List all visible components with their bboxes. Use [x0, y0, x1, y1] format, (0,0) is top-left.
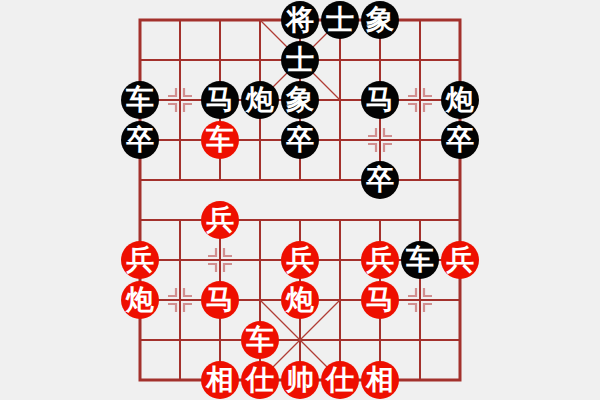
piece-black-cannon[interactable]: 炮: [241, 81, 279, 119]
piece-red-chariot[interactable]: 车: [241, 321, 279, 359]
piece-black-soldier[interactable]: 卒: [281, 121, 319, 159]
piece-black-elephant[interactable]: 象: [361, 1, 399, 39]
piece-black-elephant[interactable]: 象: [281, 81, 319, 119]
piece-black-cannon[interactable]: 炮: [441, 81, 479, 119]
piece-black-general[interactable]: 将: [281, 1, 319, 39]
piece-black-soldier[interactable]: 卒: [361, 161, 399, 199]
piece-black-soldier[interactable]: 卒: [441, 121, 479, 159]
piece-red-horse[interactable]: 马: [201, 281, 239, 319]
piece-red-chariot[interactable]: 车: [201, 121, 239, 159]
piece-red-advisor[interactable]: 仕: [241, 361, 279, 399]
piece-red-cannon[interactable]: 炮: [281, 281, 319, 319]
xiangqi-board: 将士象士车马炮象马炮卒车卒卒卒兵兵兵兵车兵炮马炮马车相仕帅仕相: [0, 0, 600, 400]
piece-red-advisor[interactable]: 仕: [321, 361, 359, 399]
piece-black-advisor[interactable]: 士: [281, 41, 319, 79]
piece-red-soldier[interactable]: 兵: [361, 241, 399, 279]
piece-black-horse[interactable]: 马: [361, 81, 399, 119]
piece-red-elephant[interactable]: 相: [201, 361, 239, 399]
piece-layer: 将士象士车马炮象马炮卒车卒卒卒兵兵兵兵车兵炮马炮马车相仕帅仕相: [120, 0, 480, 400]
piece-black-advisor[interactable]: 士: [321, 1, 359, 39]
piece-red-general[interactable]: 帅: [281, 361, 319, 399]
piece-black-soldier[interactable]: 卒: [121, 121, 159, 159]
piece-red-soldier[interactable]: 兵: [121, 241, 159, 279]
piece-red-horse[interactable]: 马: [361, 281, 399, 319]
piece-red-soldier[interactable]: 兵: [281, 241, 319, 279]
piece-black-chariot[interactable]: 车: [121, 81, 159, 119]
piece-black-chariot[interactable]: 车: [401, 241, 439, 279]
piece-red-soldier[interactable]: 兵: [441, 241, 479, 279]
piece-red-elephant[interactable]: 相: [361, 361, 399, 399]
piece-red-cannon[interactable]: 炮: [121, 281, 159, 319]
piece-black-horse[interactable]: 马: [201, 81, 239, 119]
piece-red-soldier[interactable]: 兵: [201, 201, 239, 239]
